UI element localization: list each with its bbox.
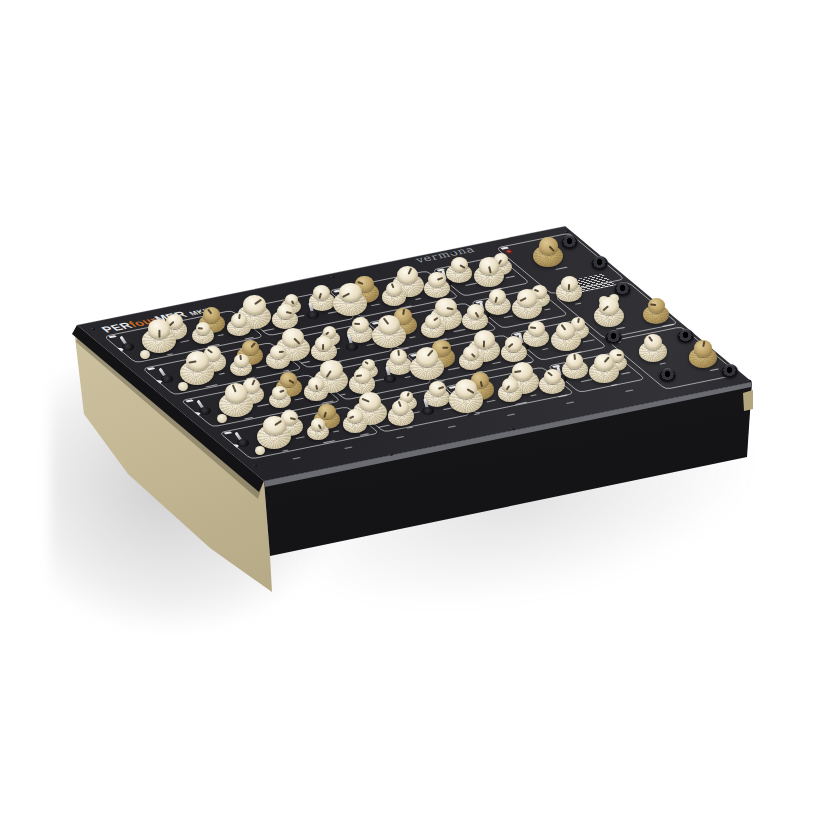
knob-dome [308, 377, 324, 391]
knob-cream[interactable] [539, 368, 565, 394]
knob-cream[interactable] [304, 377, 328, 401]
knob-cream[interactable] [219, 383, 253, 417]
knob-pointer [276, 301, 294, 321]
knob-pointer [148, 319, 170, 339]
scene: PERfourMERMKII vermona [0, 0, 820, 820]
knob-tan[interactable] [643, 298, 669, 324]
knob-cream[interactable] [474, 257, 504, 287]
knob-cream[interactable] [388, 400, 414, 426]
knob-cream[interactable] [512, 289, 542, 319]
knob-dome [648, 298, 665, 313]
knob-pointer [270, 343, 285, 360]
toggle-switch[interactable] [383, 361, 397, 383]
knob-cream[interactable] [639, 334, 667, 362]
jack-socket[interactable] [721, 364, 738, 378]
knob-dome [392, 400, 409, 415]
knob-dome [502, 378, 518, 392]
knob-dome [148, 319, 170, 339]
knob-cream[interactable] [227, 312, 251, 336]
knob-dome [561, 276, 578, 291]
toggle-base [237, 439, 249, 447]
knob-cream[interactable] [230, 354, 252, 376]
knob-dome [242, 340, 259, 355]
knob-cream[interactable] [501, 336, 527, 362]
toggle-switch[interactable] [236, 425, 250, 447]
knob-cream[interactable] [498, 378, 522, 402]
toggle-base [346, 343, 358, 351]
knob-pointer [315, 336, 332, 351]
knob-cream[interactable] [372, 314, 406, 348]
toggle-switch[interactable] [421, 393, 435, 415]
knob-dome [425, 314, 441, 328]
knob-cream[interactable] [311, 335, 337, 361]
knob-dome [263, 416, 285, 436]
knob-dome [378, 315, 400, 335]
knob-cream[interactable] [333, 282, 367, 316]
knob-dome [186, 351, 208, 371]
knob-cream[interactable] [192, 322, 214, 344]
knob-dome [479, 257, 499, 274]
knob-cream[interactable] [594, 297, 624, 327]
knob-dome [489, 289, 506, 304]
knob-dome [231, 313, 247, 327]
controls-layer [0, 0, 820, 820]
knob-cream[interactable] [180, 351, 214, 385]
knob-cream[interactable] [589, 353, 619, 383]
knob-dome [272, 386, 287, 399]
knob-dome [277, 304, 294, 319]
small-round-button[interactable] [140, 350, 150, 359]
knob-dome [556, 322, 576, 339]
knob-cream[interactable] [462, 304, 488, 330]
knob-cream[interactable] [257, 415, 291, 449]
knob-dome [694, 340, 712, 356]
knob-cream[interactable] [343, 409, 367, 433]
knob-cream[interactable] [424, 272, 450, 298]
knob-pointer [566, 353, 584, 370]
toggle-base [161, 375, 173, 383]
knob-pointer [648, 296, 665, 315]
jack-socket[interactable] [614, 282, 631, 296]
toggle-switch[interactable] [121, 329, 135, 351]
knob-pointer [560, 275, 578, 291]
toggle-base [307, 311, 319, 319]
knob-tan[interactable] [533, 237, 563, 267]
knob-dome [203, 307, 220, 322]
knob-pointer [233, 353, 249, 367]
toggle-switch[interactable] [306, 297, 320, 319]
jack-socket[interactable] [659, 368, 676, 382]
toggle-base [199, 407, 211, 415]
knob-dome [270, 345, 286, 359]
knob-dome [455, 379, 477, 399]
knob-dome [539, 237, 559, 254]
knob-dome [347, 409, 363, 423]
knob-dome [354, 368, 371, 383]
knob-dome [386, 282, 402, 296]
small-round-button[interactable] [217, 414, 227, 423]
knob-pointer [528, 320, 545, 339]
knob-dome [428, 272, 445, 287]
knob-pointer [230, 312, 248, 328]
toggle-base [122, 343, 134, 351]
knob-cream[interactable] [410, 346, 444, 380]
toggle-base [384, 375, 396, 383]
knob-pointer [196, 321, 210, 336]
knob-dome [234, 354, 249, 367]
knob-dome [505, 336, 522, 351]
toggle-switch[interactable] [198, 393, 212, 415]
knob-cream[interactable] [307, 418, 329, 440]
small-round-button[interactable] [178, 382, 188, 391]
knob-dome [225, 383, 247, 403]
knob-dome [315, 336, 332, 351]
toggle-switch[interactable] [160, 361, 174, 383]
knob-dome [528, 321, 545, 336]
knob-dome [339, 283, 361, 303]
knob-pointer [186, 348, 210, 374]
knob-cream[interactable] [269, 386, 291, 408]
knob-cream[interactable] [556, 276, 582, 302]
toggle-switch[interactable] [345, 329, 359, 351]
jack-socket[interactable] [591, 256, 608, 270]
knob-dome [517, 289, 537, 306]
jack-socket[interactable] [605, 330, 622, 344]
knob-dome [544, 369, 561, 384]
knob-dome [463, 346, 479, 360]
knob-cream[interactable] [266, 345, 290, 369]
knob-cream[interactable] [142, 319, 176, 353]
knob-pointer [353, 366, 371, 386]
knob-dome [599, 297, 619, 314]
knob-dome [566, 353, 583, 368]
knob-cream[interactable] [421, 314, 445, 338]
toggle-base [422, 407, 434, 415]
small-round-button[interactable] [255, 446, 265, 455]
knob-cream[interactable] [449, 379, 483, 413]
knob-cream[interactable] [459, 346, 483, 370]
knob-dome [196, 322, 211, 335]
knob-dome [594, 354, 614, 371]
knob-cream[interactable] [382, 282, 406, 306]
knob-cream[interactable] [551, 321, 581, 351]
knob-tan[interactable] [689, 340, 717, 368]
knob-dome [416, 347, 438, 367]
